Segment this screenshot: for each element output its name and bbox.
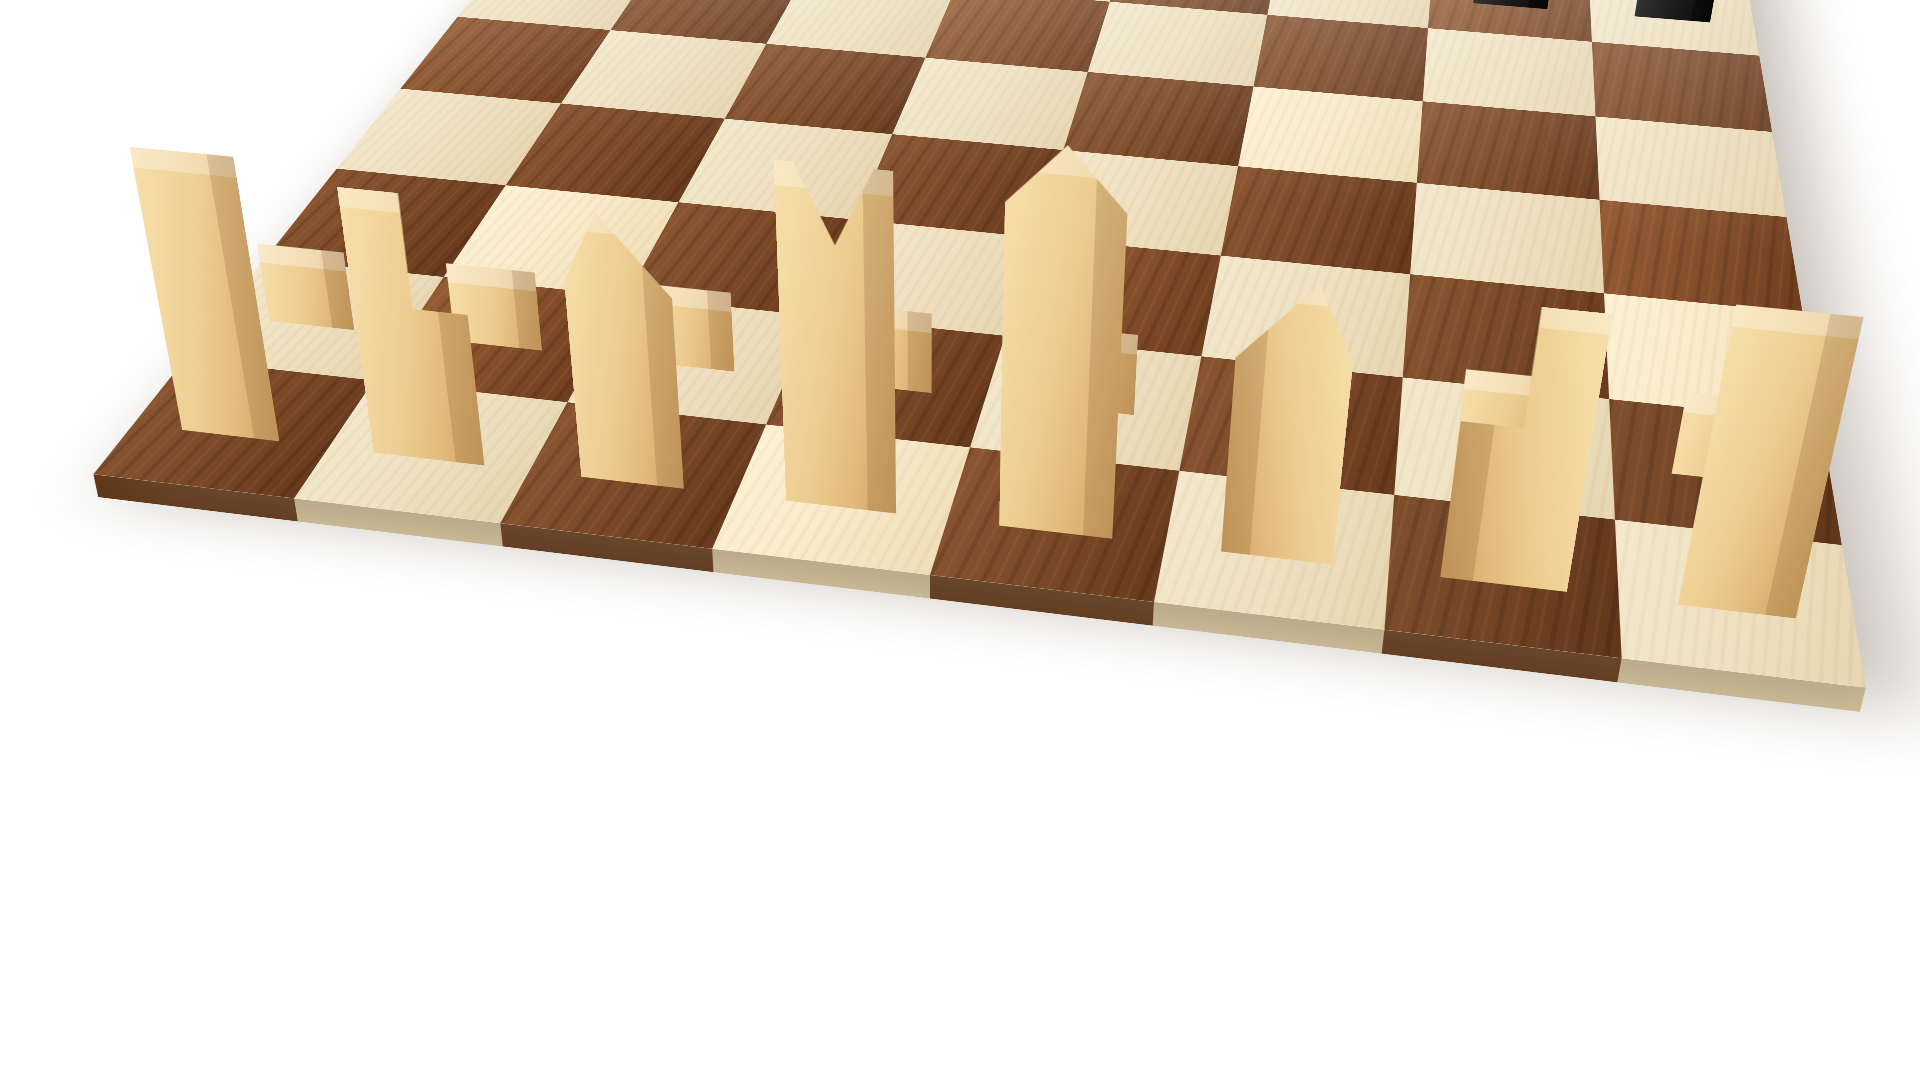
photo-scene: ♜♞♝♛♚♝♞♜♟♟♟♟♟♟♟♟♙♙♙♙♙♙♙♙♖♘♗♕♔♗♘♖ <box>0 0 1920 1079</box>
chess-board: ♜♞♝♛♚♝♞♜♟♟♟♟♟♟♟♟♙♙♙♙♙♙♙♙♖♘♗♕♔♗♘♖ <box>93 0 1865 688</box>
